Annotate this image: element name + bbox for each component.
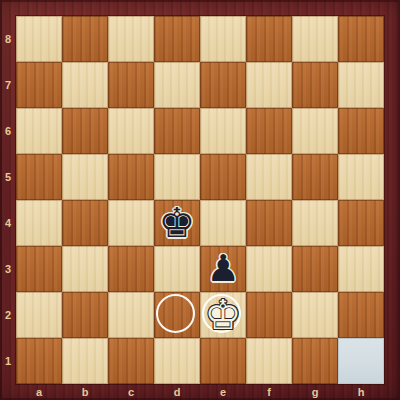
white-king[interactable]: ♚ xyxy=(200,292,246,338)
square-a3[interactable] xyxy=(16,246,62,292)
square-d2[interactable] xyxy=(154,292,200,338)
square-e1[interactable] xyxy=(200,338,246,384)
square-h7[interactable] xyxy=(338,62,384,108)
black-king[interactable]: ♚ xyxy=(154,200,200,246)
file-label-g: g xyxy=(292,384,338,400)
square-c4[interactable] xyxy=(108,200,154,246)
square-f4[interactable] xyxy=(246,200,292,246)
chess-board: ♚♟♚ xyxy=(16,16,384,384)
square-e6[interactable] xyxy=(200,108,246,154)
file-label-h: h xyxy=(338,384,384,400)
square-f5[interactable] xyxy=(246,154,292,200)
square-f3[interactable] xyxy=(246,246,292,292)
rank-label-7: 7 xyxy=(0,62,16,108)
square-c8[interactable] xyxy=(108,16,154,62)
square-g5[interactable] xyxy=(292,154,338,200)
square-h1[interactable] xyxy=(338,338,384,384)
square-f1[interactable] xyxy=(246,338,292,384)
square-e4[interactable] xyxy=(200,200,246,246)
black-pawn[interactable]: ♟ xyxy=(200,246,246,292)
square-e3[interactable]: ♟ xyxy=(200,246,246,292)
square-h5[interactable] xyxy=(338,154,384,200)
square-c5[interactable] xyxy=(108,154,154,200)
square-c3[interactable] xyxy=(108,246,154,292)
square-d1[interactable] xyxy=(154,338,200,384)
square-d5[interactable] xyxy=(154,154,200,200)
square-d7[interactable] xyxy=(154,62,200,108)
square-d8[interactable] xyxy=(154,16,200,62)
square-g4[interactable] xyxy=(292,200,338,246)
square-b5[interactable] xyxy=(62,154,108,200)
square-a6[interactable] xyxy=(16,108,62,154)
square-a1[interactable] xyxy=(16,338,62,384)
square-f7[interactable] xyxy=(246,62,292,108)
square-b6[interactable] xyxy=(62,108,108,154)
square-h6[interactable] xyxy=(338,108,384,154)
square-h4[interactable] xyxy=(338,200,384,246)
square-g6[interactable] xyxy=(292,108,338,154)
square-h2[interactable] xyxy=(338,292,384,338)
square-a5[interactable] xyxy=(16,154,62,200)
square-d6[interactable] xyxy=(154,108,200,154)
square-g1[interactable] xyxy=(292,338,338,384)
rank-labels: 87654321 xyxy=(0,16,16,384)
square-e8[interactable] xyxy=(200,16,246,62)
square-b2[interactable] xyxy=(62,292,108,338)
chess-board-frame: ♚♟♚ 87654321 abcdefgh xyxy=(0,0,400,400)
square-g3[interactable] xyxy=(292,246,338,292)
square-b7[interactable] xyxy=(62,62,108,108)
square-e5[interactable] xyxy=(200,154,246,200)
square-c7[interactable] xyxy=(108,62,154,108)
square-b1[interactable] xyxy=(62,338,108,384)
square-g8[interactable] xyxy=(292,16,338,62)
square-b8[interactable] xyxy=(62,16,108,62)
square-e7[interactable] xyxy=(200,62,246,108)
square-b4[interactable] xyxy=(62,200,108,246)
square-b3[interactable] xyxy=(62,246,108,292)
square-h3[interactable] xyxy=(338,246,384,292)
circle-annotation-d2 xyxy=(156,294,195,333)
square-c1[interactable] xyxy=(108,338,154,384)
rank-label-3: 3 xyxy=(0,246,16,292)
file-label-a: a xyxy=(16,384,62,400)
square-c2[interactable] xyxy=(108,292,154,338)
file-label-e: e xyxy=(200,384,246,400)
square-a8[interactable] xyxy=(16,16,62,62)
file-label-f: f xyxy=(246,384,292,400)
square-a4[interactable] xyxy=(16,200,62,246)
rank-label-5: 5 xyxy=(0,154,16,200)
square-g2[interactable] xyxy=(292,292,338,338)
square-h8[interactable] xyxy=(338,16,384,62)
rank-label-1: 1 xyxy=(0,338,16,384)
rank-label-4: 4 xyxy=(0,200,16,246)
square-f2[interactable] xyxy=(246,292,292,338)
square-d3[interactable] xyxy=(154,246,200,292)
file-label-d: d xyxy=(154,384,200,400)
square-g7[interactable] xyxy=(292,62,338,108)
square-e2[interactable]: ♚ xyxy=(200,292,246,338)
square-a2[interactable] xyxy=(16,292,62,338)
file-label-c: c xyxy=(108,384,154,400)
square-d4[interactable]: ♚ xyxy=(154,200,200,246)
file-labels: abcdefgh xyxy=(16,384,384,400)
square-c6[interactable] xyxy=(108,108,154,154)
rank-label-6: 6 xyxy=(0,108,16,154)
rank-label-8: 8 xyxy=(0,16,16,62)
square-a7[interactable] xyxy=(16,62,62,108)
square-f8[interactable] xyxy=(246,16,292,62)
square-f6[interactable] xyxy=(246,108,292,154)
rank-label-2: 2 xyxy=(0,292,16,338)
file-label-b: b xyxy=(62,384,108,400)
